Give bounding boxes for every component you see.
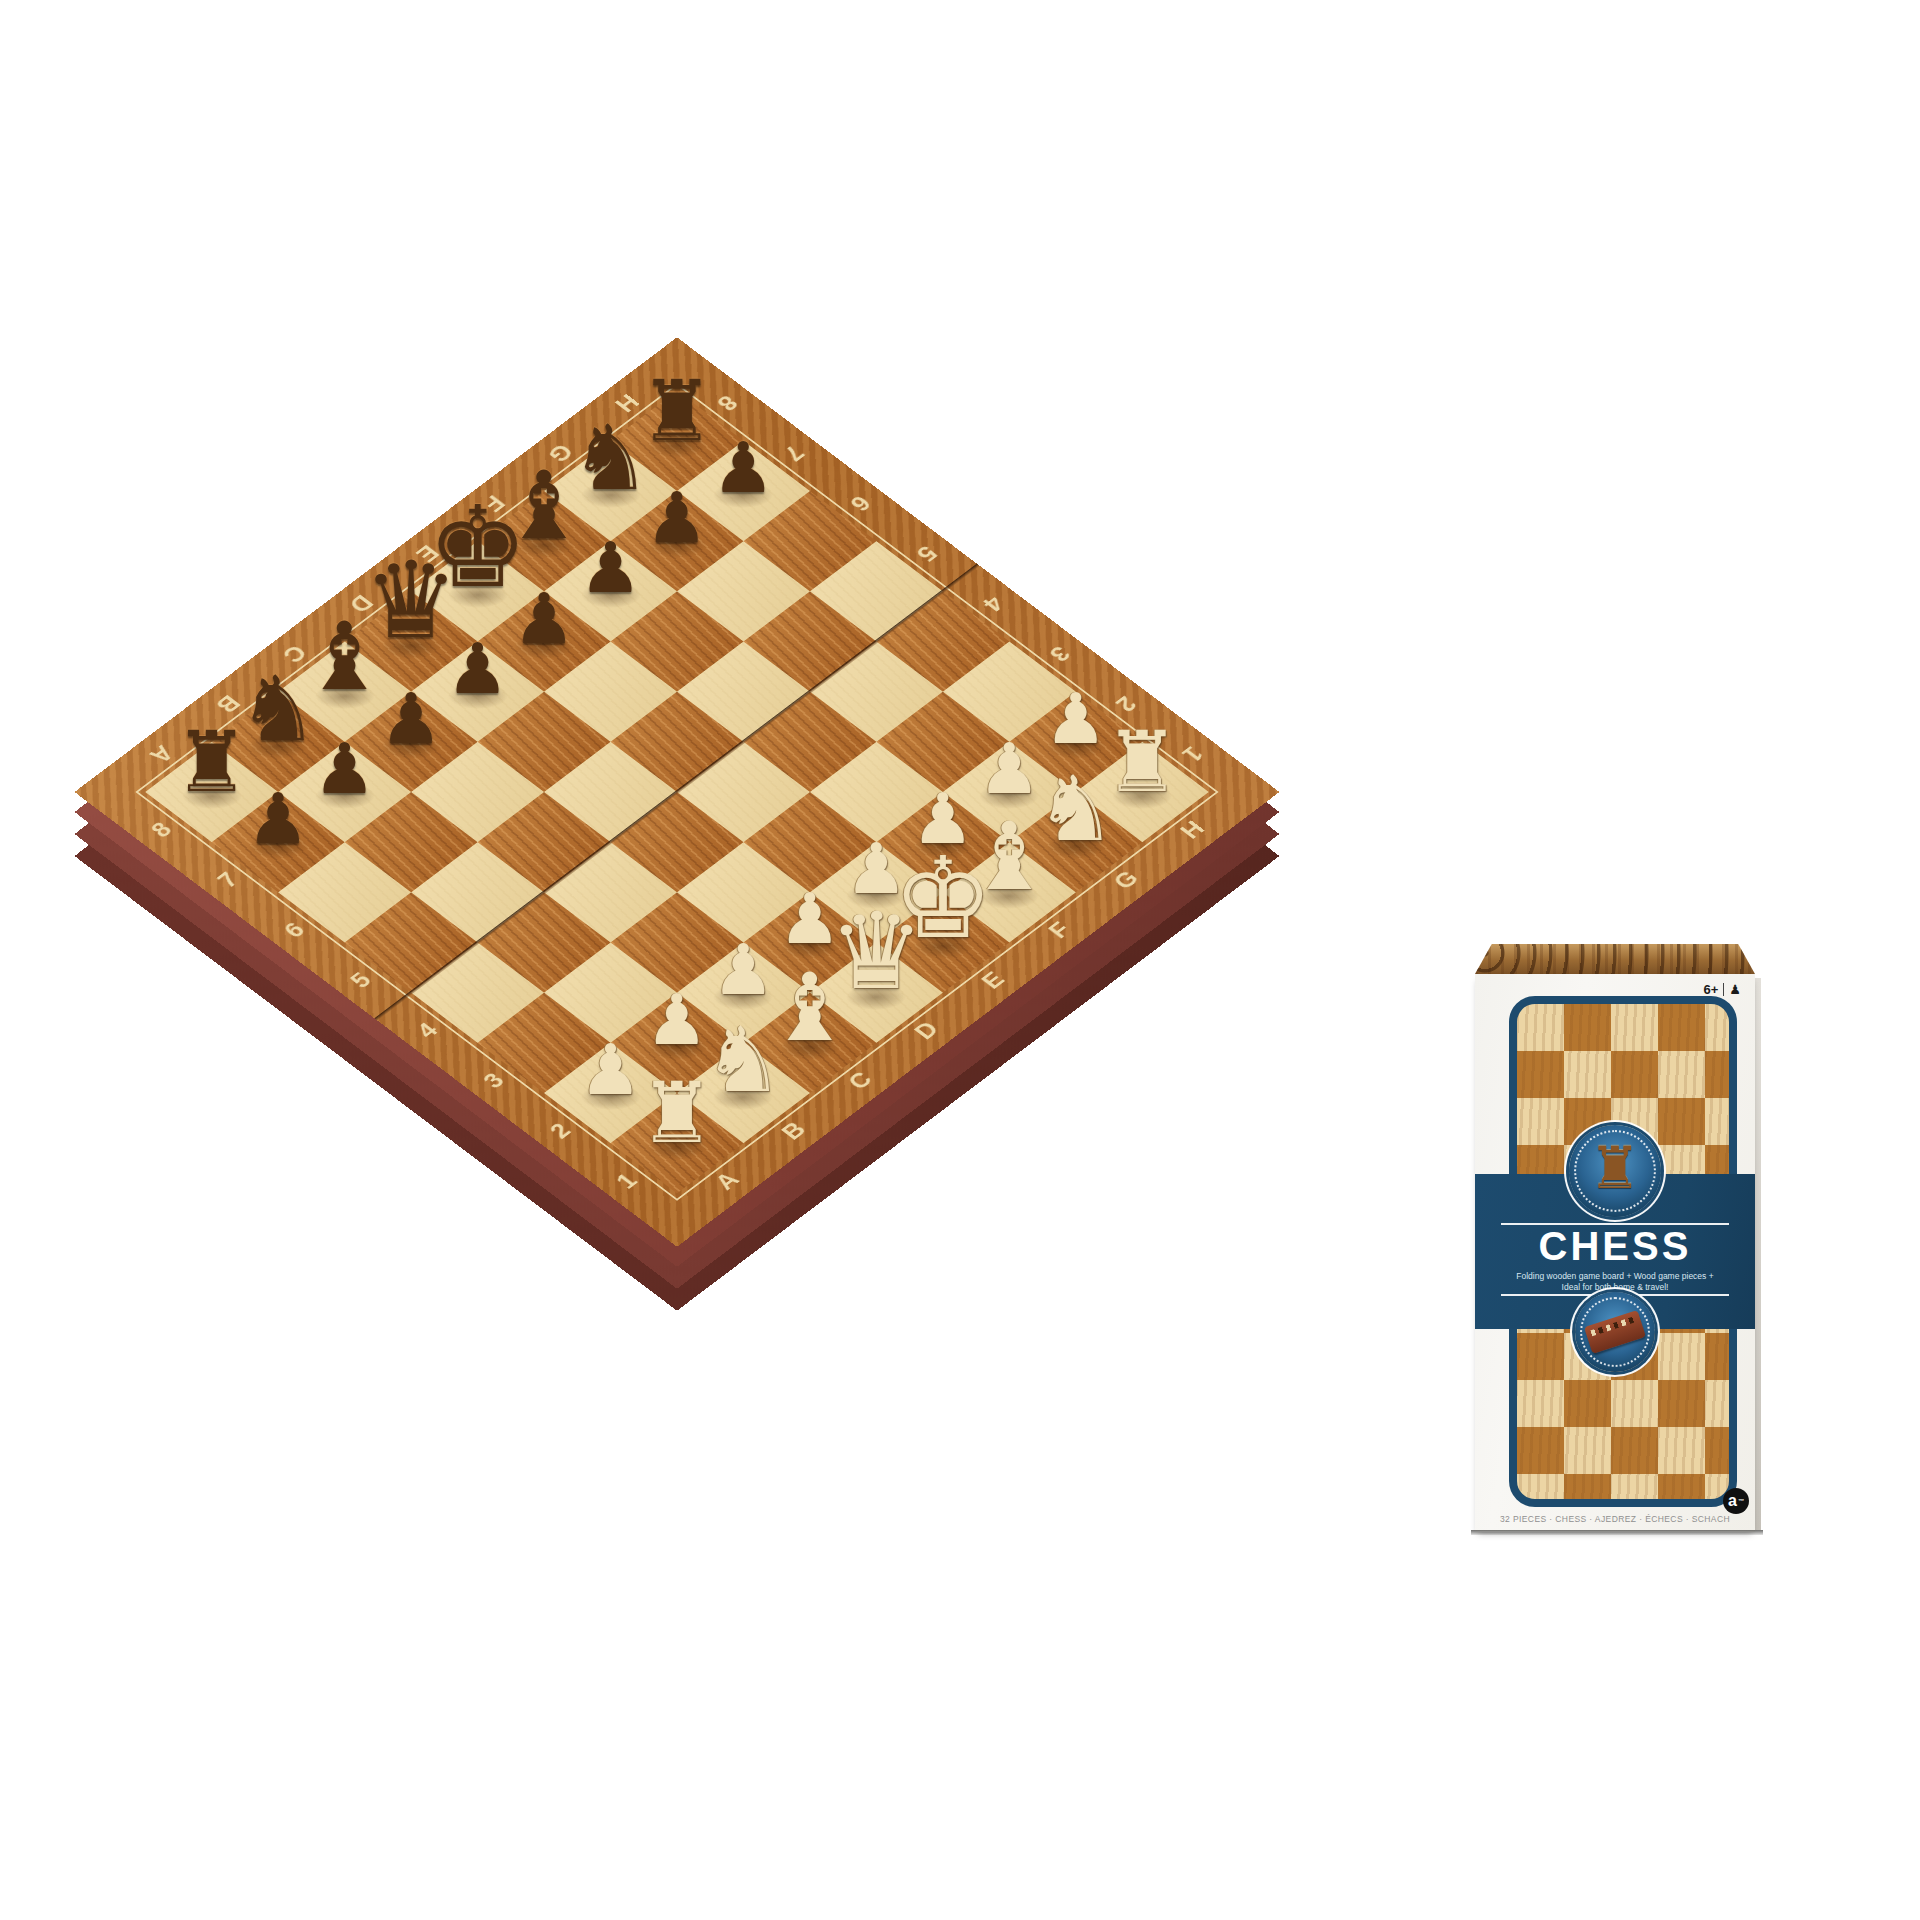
black-pawn: ♟: [579, 533, 642, 603]
black-pawn: ♟: [380, 684, 443, 754]
white-knight: ♞: [703, 1015, 784, 1105]
black-pawn: ♟: [247, 784, 310, 854]
black-pawn: ♟: [712, 433, 775, 503]
white-pawn: ♟: [712, 935, 775, 1005]
chess-set-photo: ABCDEFGH ABCDEFGH 87654321 87654321 ♜♞♝♛…: [0, 0, 1920, 1920]
black-pawn: ♟: [446, 634, 509, 704]
white-pawn: ♟: [978, 734, 1041, 804]
white-pawn: ♟: [646, 985, 709, 1055]
black-pawn: ♟: [313, 734, 376, 804]
pieces-layer: ♜♞♝♛♚♝♞♜♟♟♟♟♟♟♟♟♟♟♟♟♟♟♟♟♜♞♝♛♚♝♞♜: [0, 0, 1920, 1920]
black-pawn: ♟: [646, 483, 709, 553]
white-pawn: ♟: [579, 1035, 642, 1105]
white-rook: ♜: [639, 1071, 714, 1155]
black-pawn: ♟: [513, 584, 576, 654]
black-knight: ♞: [238, 664, 319, 754]
black-rook: ♜: [174, 720, 249, 804]
white-pawn: ♟: [1044, 684, 1107, 754]
